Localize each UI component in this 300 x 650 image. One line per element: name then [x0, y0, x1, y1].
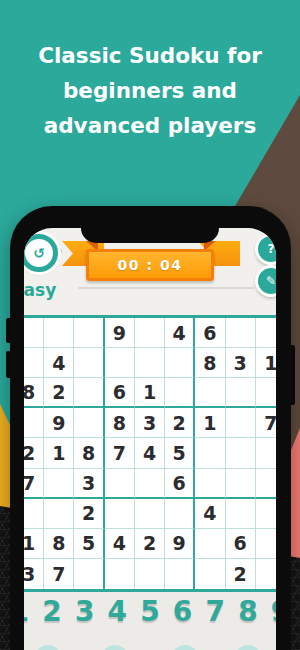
sudoku-cell[interactable] [135, 318, 165, 348]
tool-button-4[interactable] [235, 645, 261, 650]
sudoku-cell[interactable] [256, 438, 276, 468]
sudoku-cell[interactable] [256, 318, 276, 348]
sudoku-cell[interactable]: 9 [44, 408, 74, 438]
sudoku-cell[interactable] [44, 499, 74, 529]
numpad-4[interactable]: 4 [101, 596, 133, 628]
sudoku-cell[interactable]: 3 [24, 559, 44, 589]
numpad-row: 123456789 [24, 596, 276, 628]
hint-icon: ? [268, 242, 275, 256]
sudoku-cell[interactable] [74, 378, 104, 408]
sudoku-cell[interactable] [226, 408, 256, 438]
sudoku-cell[interactable]: 3 [74, 469, 104, 499]
numpad-5[interactable]: 5 [134, 596, 166, 628]
sudoku-cell[interactable] [256, 529, 276, 559]
sudoku-cell[interactable]: 3 [135, 408, 165, 438]
sudoku-cell[interactable]: 7 [24, 469, 44, 499]
sudoku-cell[interactable]: 1 [135, 378, 165, 408]
sudoku-cell[interactable] [105, 348, 135, 378]
sudoku-cell[interactable]: 8 [74, 438, 104, 468]
sudoku-cell[interactable] [195, 469, 225, 499]
sudoku-cell[interactable] [165, 559, 195, 589]
sudoku-cell[interactable]: 1 [24, 529, 44, 559]
sudoku-cell[interactable]: 3 [226, 348, 256, 378]
sudoku-cell[interactable]: 6 [165, 469, 195, 499]
numpad-9[interactable]: 9 [265, 596, 276, 628]
sudoku-cell[interactable] [24, 318, 44, 348]
sudoku-cell[interactable] [226, 469, 256, 499]
sudoku-cell[interactable]: 4 [195, 499, 225, 529]
sudoku-cell[interactable] [226, 378, 256, 408]
sudoku-cell[interactable]: 5 [74, 529, 104, 559]
sudoku-cell[interactable] [105, 559, 135, 589]
sudoku-cell[interactable] [74, 348, 104, 378]
headline: Classic Sudoku for beginners and advance… [0, 38, 300, 143]
sudoku-cell[interactable]: 7 [44, 559, 74, 589]
timer-ribbon: 00 : 04 [86, 249, 214, 281]
sudoku-cell[interactable]: 7 [105, 438, 135, 468]
sudoku-cell[interactable]: 2 [44, 378, 74, 408]
sudoku-cell[interactable] [256, 469, 276, 499]
sudoku-cell[interactable] [226, 438, 256, 468]
sudoku-cell[interactable] [44, 318, 74, 348]
numpad-6[interactable]: 6 [167, 596, 199, 628]
pencil-icon: ✎ [266, 274, 276, 288]
numpad-panel: 123456789 [24, 592, 276, 650]
sudoku-cell[interactable]: 8 [24, 378, 44, 408]
restart-icon: ↺ [33, 245, 45, 261]
sudoku-cell[interactable]: 1 [256, 348, 276, 378]
phone-mockup: TIME 35:49 ↺ ? ✎ › ‹ 00 : 04 Easy 946483… [10, 206, 291, 650]
sudoku-cell[interactable]: 8 [195, 348, 225, 378]
sudoku-cell[interactable]: 8 [44, 529, 74, 559]
sudoku-cell[interactable] [74, 318, 104, 348]
sudoku-cell[interactable] [226, 499, 256, 529]
sudoku-cell[interactable] [105, 499, 135, 529]
sudoku-cell[interactable] [135, 469, 165, 499]
timer-value: 00 : 04 [118, 257, 183, 273]
sudoku-cell[interactable]: 6 [105, 378, 135, 408]
sudoku-cell[interactable] [256, 499, 276, 529]
sudoku-cell[interactable] [74, 408, 104, 438]
sudoku-cell[interactable]: 9 [165, 529, 195, 559]
sudoku-cell[interactable] [195, 529, 225, 559]
sudoku-cell[interactable]: 1 [44, 438, 74, 468]
sudoku-cell[interactable] [195, 559, 225, 589]
sudoku-cell[interactable] [256, 378, 276, 408]
difficulty-label: Easy [24, 280, 56, 300]
sudoku-cell[interactable] [195, 438, 225, 468]
sudoku-cell[interactable]: 2 [165, 408, 195, 438]
sudoku-grid: 94648318261983217218745736241854296372 [24, 315, 276, 592]
tool-button-3[interactable] [172, 645, 198, 650]
sudoku-cell[interactable]: 4 [105, 529, 135, 559]
sudoku-cell[interactable] [24, 408, 44, 438]
sudoku-cell[interactable]: 5 [165, 438, 195, 468]
phone-notch [81, 228, 219, 243]
sudoku-cell[interactable] [44, 469, 74, 499]
sudoku-cell[interactable]: 4 [165, 318, 195, 348]
sudoku-cell[interactable] [24, 499, 44, 529]
sudoku-cell[interactable]: 6 [226, 529, 256, 559]
sudoku-cell[interactable]: 2 [74, 499, 104, 529]
sudoku-cell[interactable]: 2 [226, 559, 256, 589]
sudoku-cell[interactable]: 8 [105, 408, 135, 438]
sudoku-cell[interactable]: 6 [195, 318, 225, 348]
sudoku-cell[interactable] [195, 378, 225, 408]
tool-button-2[interactable] [102, 645, 128, 650]
restart-button[interactable]: ↺ [24, 234, 58, 272]
numpad-3[interactable]: 3 [69, 596, 101, 628]
sudoku-cell[interactable]: 4 [44, 348, 74, 378]
phone-screen: TIME 35:49 ↺ ? ✎ › ‹ 00 : 04 Easy 946483… [24, 228, 276, 650]
numpad-8[interactable]: 8 [232, 596, 264, 628]
notes-button[interactable]: ✎ [255, 265, 276, 297]
sudoku-cell[interactable] [165, 499, 195, 529]
sudoku-cell[interactable] [24, 348, 44, 378]
sudoku-cell[interactable]: 2 [24, 438, 44, 468]
tool-button-1[interactable] [35, 645, 61, 650]
numpad-2[interactable]: 2 [36, 596, 68, 628]
sudoku-cell[interactable] [165, 348, 195, 378]
sudoku-cell[interactable] [74, 559, 104, 589]
sudoku-cell[interactable]: 7 [256, 408, 276, 438]
sudoku-cell[interactable]: 1 [195, 408, 225, 438]
hint-button[interactable]: ? [255, 233, 276, 265]
sudoku-cell[interactable] [226, 318, 256, 348]
sudoku-cell[interactable] [105, 469, 135, 499]
sudoku-cell[interactable]: 4 [135, 438, 165, 468]
sudoku-cell[interactable] [135, 559, 165, 589]
sudoku-cell[interactable] [135, 499, 165, 529]
header-divider-line [78, 287, 254, 289]
numpad-7[interactable]: 7 [199, 596, 231, 628]
sudoku-cell[interactable] [135, 348, 165, 378]
sudoku-cell[interactable] [165, 378, 195, 408]
sudoku-cell[interactable]: 2 [135, 529, 165, 559]
sudoku-cell[interactable]: 9 [105, 318, 135, 348]
sudoku-cell[interactable] [256, 559, 276, 589]
numpad-1[interactable]: 1 [24, 596, 35, 628]
